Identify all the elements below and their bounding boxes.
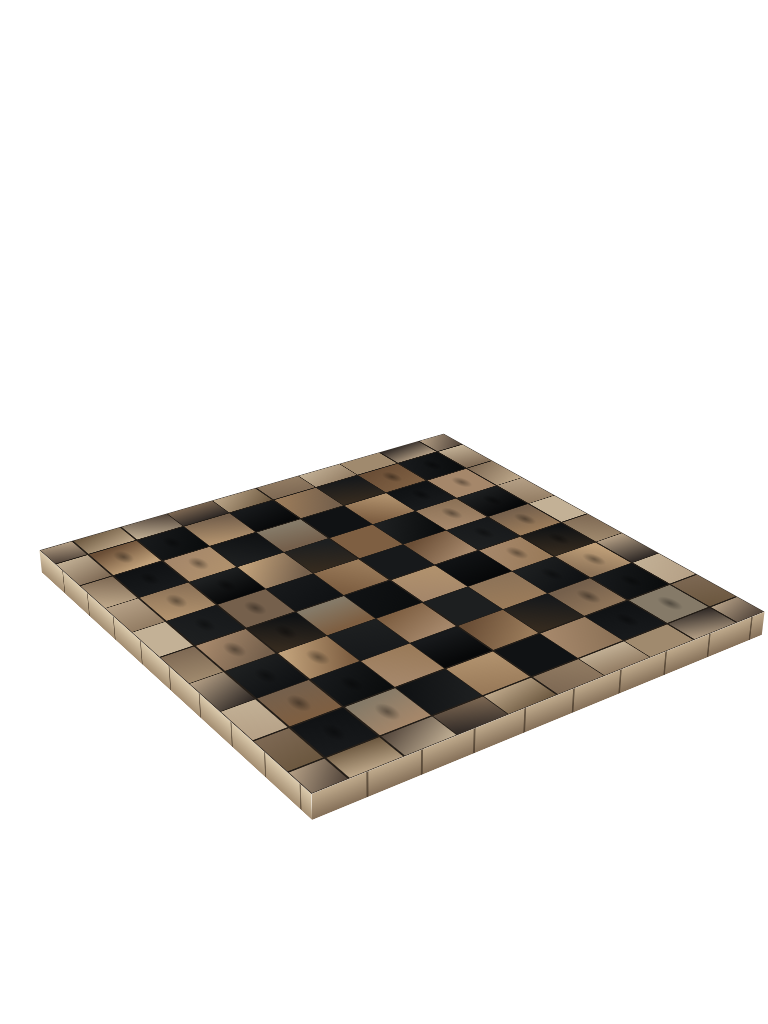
chess-board: ♜♞♝♛♚♝♞♜♟♟♟♟♟♟♟♟♟♟♟♟♟♟♟♟♜♞♝♛♚♝♞♜	[40, 434, 765, 794]
black-pawn-glyph: ♟	[587, 538, 666, 626]
product-photo-scene: ♜♞♝♛♚♝♞♜♟♟♟♟♟♟♟♟♟♟♟♟♟♟♟♟♜♞♝♛♚♝♞♜	[0, 0, 768, 1024]
white-rook-glyph: ♜	[284, 627, 384, 739]
pieces-layer: ♜♞♝♛♚♝♞♜♟♟♟♟♟♟♟♟♟♟♟♟♟♟♟♟♜♞♝♛♚♝♞♜	[40, 434, 765, 794]
